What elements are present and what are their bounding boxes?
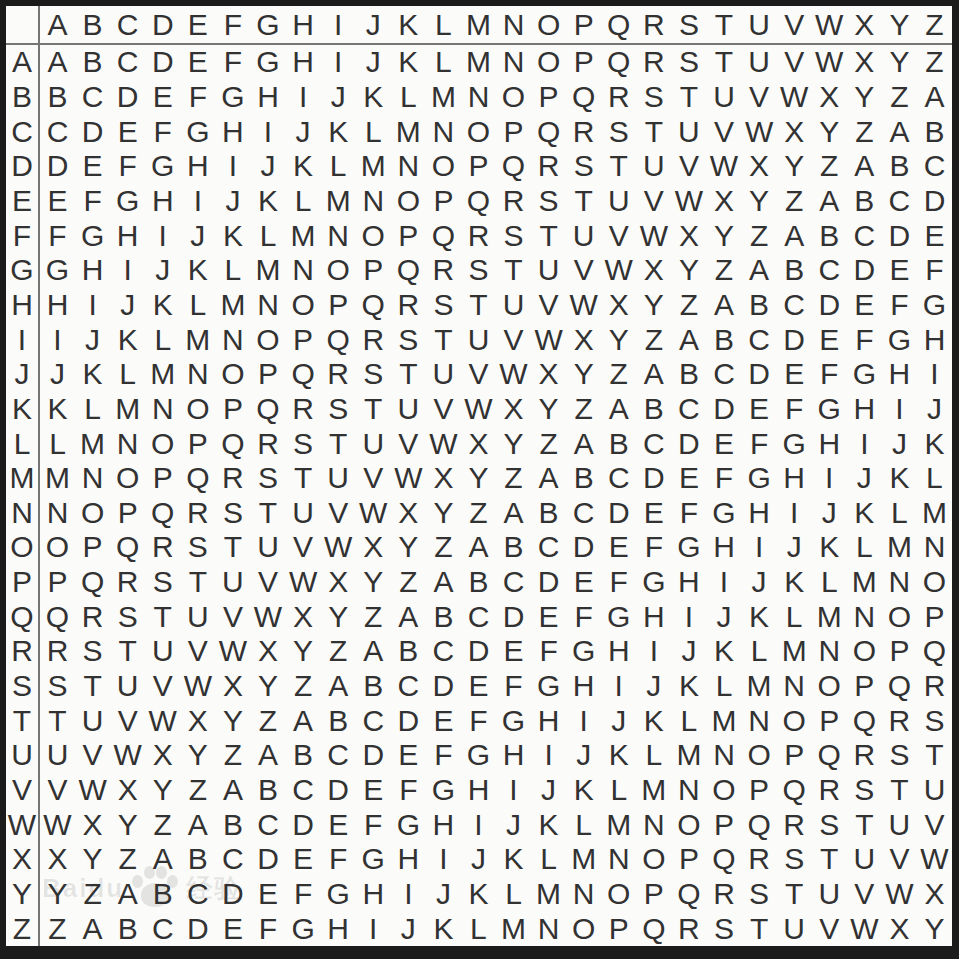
cell-AQ: Q [601,45,636,80]
cell-CL: N [426,114,461,149]
cell-DU: X [742,149,777,184]
cell-OV: J [777,530,812,565]
cell-OL: Z [426,530,461,565]
cell-AR: R [636,45,671,80]
column-header-V: V [777,6,812,45]
cell-ZU: T [742,911,777,946]
cell-KL: V [426,392,461,427]
cell-GU: A [742,253,777,288]
cell-ED: H [145,184,180,219]
cell-IM: U [461,322,496,357]
cell-OI: W [321,530,356,565]
cell-TM: F [461,703,496,738]
cell-PD: S [145,565,180,600]
cell-XD: A [145,842,180,877]
cell-XK: H [391,842,426,877]
cell-HC: J [110,288,145,323]
cell-XT: Q [706,842,741,877]
cell-TI: B [321,703,356,738]
cell-WZ: V [917,807,952,842]
frame-bar-top [0,0,959,6]
cell-CE: G [180,114,215,149]
cell-MG: S [250,461,285,496]
cell-IO: W [531,322,566,357]
cell-IB: J [75,322,110,357]
cell-XZ: W [917,842,952,877]
cell-YP: N [566,877,601,912]
cell-TJ: C [356,703,391,738]
cell-YO: M [531,877,566,912]
cell-DD: G [145,149,180,184]
cell-TK: D [391,703,426,738]
cell-DV: Y [777,149,812,184]
cell-GR: X [636,253,671,288]
cell-LX: I [847,426,882,461]
cell-SH: Z [286,669,321,704]
cell-YD: B [145,877,180,912]
column-header-G: G [250,6,285,45]
cell-EB: F [75,184,110,219]
cell-EL: P [426,184,461,219]
cell-PX: M [847,565,882,600]
cell-QL: B [426,599,461,634]
cell-AO: O [531,45,566,80]
cell-FN: S [496,218,531,253]
cell-CN: P [496,114,531,149]
cell-XL: I [426,842,461,877]
cell-SJ: B [356,669,391,704]
cell-LI: T [321,426,356,461]
cell-EJ: N [356,184,391,219]
cell-TC: V [110,703,145,738]
column-header-D: D [145,6,180,45]
cell-NI: V [321,496,356,531]
cell-OX: L [847,530,882,565]
cell-ZS: R [671,911,706,946]
cell-KE: O [180,392,215,427]
cell-XX: U [847,842,882,877]
column-header-S: S [671,6,706,45]
cell-HZ: G [917,288,952,323]
cell-UY: S [882,738,917,773]
cell-QE: U [180,599,215,634]
cell-MY: K [882,461,917,496]
cell-HG: N [250,288,285,323]
cell-PK: Z [391,565,426,600]
row-header-Q: Q [6,599,40,634]
cell-UR: L [636,738,671,773]
cell-RB: S [75,634,110,669]
cell-EV: Z [777,184,812,219]
cell-NM: Z [461,496,496,531]
cell-AC: C [110,45,145,80]
cell-CC: E [110,114,145,149]
cell-UF: Z [215,738,250,773]
cell-XJ: G [356,842,391,877]
cell-XF: C [215,842,250,877]
cell-ZT: S [706,911,741,946]
cell-GK: Q [391,253,426,288]
cell-ZV: U [777,911,812,946]
cell-OF: T [215,530,250,565]
cell-BZ: A [917,80,952,115]
cell-MC: O [110,461,145,496]
column-header-K: K [391,6,426,45]
cell-ON: B [496,530,531,565]
row-header-G: G [6,253,40,288]
cell-XP: M [566,842,601,877]
cell-ZQ: P [601,911,636,946]
cell-MR: D [636,461,671,496]
cell-YF: D [215,877,250,912]
cell-OR: F [636,530,671,565]
cell-KQ: A [601,392,636,427]
cell-XE: B [180,842,215,877]
cell-OM: A [461,530,496,565]
cell-HK: R [391,288,426,323]
cell-XY: V [882,842,917,877]
cell-LC: N [110,426,145,461]
cell-LO: Z [531,426,566,461]
cell-YU: S [742,877,777,912]
cell-RV: M [777,634,812,669]
cell-PN: C [496,565,531,600]
cell-WK: G [391,807,426,842]
cell-DJ: M [356,149,391,184]
tabula-recta-grid: ABCDEFGHIJKLMNOPQRSTUVWXYZAABCDEFGHIJKLM… [6,6,952,946]
cell-CW: Y [812,114,847,149]
cell-CD: F [145,114,180,149]
cell-UH: B [286,738,321,773]
cell-RE: V [180,634,215,669]
cell-FZ: E [917,218,952,253]
cell-SF: X [215,669,250,704]
cell-QG: W [250,599,285,634]
cell-RJ: A [356,634,391,669]
cell-BT: U [706,80,741,115]
cell-IX: F [847,322,882,357]
cell-ZZ: Y [917,911,952,946]
cell-SK: C [391,669,426,704]
cell-SW: O [812,669,847,704]
cell-ZA: Z [40,911,75,946]
cell-ME: Q [180,461,215,496]
cell-ZC: B [110,911,145,946]
cell-TY: R [882,703,917,738]
column-header-T: T [706,6,741,45]
cell-KK: U [391,392,426,427]
cell-VD: Y [145,773,180,808]
cell-VT: O [706,773,741,808]
cell-ZO: N [531,911,566,946]
cell-XG: D [250,842,285,877]
cell-KX: H [847,392,882,427]
cell-II: Q [321,322,356,357]
cell-VO: J [531,773,566,808]
cell-XS: P [671,842,706,877]
cell-WT: P [706,807,741,842]
cell-LZ: K [917,426,952,461]
cell-WF: B [215,807,250,842]
cell-AJ: J [356,45,391,80]
cell-XV: S [777,842,812,877]
cell-FQ: V [601,218,636,253]
cell-VL: G [426,773,461,808]
cell-NX: K [847,496,882,531]
cell-ZW: V [812,911,847,946]
cell-OO: C [531,530,566,565]
cell-MT: F [706,461,741,496]
cell-AN: N [496,45,531,80]
cell-GV: B [777,253,812,288]
cell-VV: Q [777,773,812,808]
cell-RS: J [671,634,706,669]
cell-UU: O [742,738,777,773]
cell-AA: A [40,45,75,80]
cell-QO: E [531,599,566,634]
cell-PA: P [40,565,75,600]
cell-PT: I [706,565,741,600]
cell-XN: K [496,842,531,877]
cell-HU: B [742,288,777,323]
cell-DS: V [671,149,706,184]
cell-CA: C [40,114,75,149]
cell-JT: C [706,357,741,392]
cell-SV: N [777,669,812,704]
cell-BB: C [75,80,110,115]
cell-ZE: D [180,911,215,946]
cell-VM: H [461,773,496,808]
row-header-M: M [6,461,40,496]
cell-IK: S [391,322,426,357]
cell-ZP: O [566,911,601,946]
cell-FS: X [671,218,706,253]
cell-VB: W [75,773,110,808]
cell-BW: X [812,80,847,115]
cell-DM: P [461,149,496,184]
cell-VC: X [110,773,145,808]
cell-WJ: F [356,807,391,842]
cell-PY: N [882,565,917,600]
cell-YA: Y [40,877,75,912]
cell-RG: X [250,634,285,669]
cell-WB: X [75,807,110,842]
cell-YG: E [250,877,285,912]
cell-UI: C [321,738,356,773]
cell-IG: O [250,322,285,357]
cell-ZD: C [145,911,180,946]
cell-ZB: A [75,911,110,946]
cell-IS: A [671,322,706,357]
cell-SO: G [531,669,566,704]
cell-YI: G [321,877,356,912]
cell-UA: U [40,738,75,773]
cell-YX: V [847,877,882,912]
cell-AX: X [847,45,882,80]
cell-ES: W [671,184,706,219]
cell-HX: E [847,288,882,323]
cell-YJ: H [356,877,391,912]
cell-JI: R [321,357,356,392]
cell-LL: W [426,426,461,461]
cell-IC: K [110,322,145,357]
cell-AH: H [286,45,321,80]
row-header-V: V [6,773,40,808]
cell-FK: P [391,218,426,253]
cell-MD: P [145,461,180,496]
cell-PC: R [110,565,145,600]
cell-XM: J [461,842,496,877]
cell-MN: Z [496,461,531,496]
cell-RD: U [145,634,180,669]
cell-HE: L [180,288,215,323]
column-header-Z: Z [917,6,952,45]
cell-WE: A [180,807,215,842]
cell-XO: L [531,842,566,877]
column-header-Y: Y [882,6,917,45]
cell-NF: S [215,496,250,531]
cipher-table-board: Baidu 经验 ABCDEFGHIJKLMNOPQRSTUVWXYZAABCD… [6,6,952,946]
cell-AM: M [461,45,496,80]
column-header-I: I [321,6,356,45]
cell-RA: R [40,634,75,669]
cell-WM: I [461,807,496,842]
row-header-L: L [6,426,40,461]
column-header-N: N [496,6,531,45]
column-header-X: X [847,6,882,45]
cell-SC: U [110,669,145,704]
cell-JB: K [75,357,110,392]
cell-QR: H [636,599,671,634]
cell-EW: A [812,184,847,219]
cell-QD: T [145,599,180,634]
cell-JO: X [531,357,566,392]
cell-PR: G [636,565,671,600]
frame-bar-left [0,0,6,959]
cell-QP: F [566,599,601,634]
cell-ST: L [706,669,741,704]
cell-MB: N [75,461,110,496]
cell-ML: X [426,461,461,496]
cell-JF: O [215,357,250,392]
cell-JL: U [426,357,461,392]
cell-EY: C [882,184,917,219]
cell-MQ: C [601,461,636,496]
cell-FY: D [882,218,917,253]
cell-LF: Q [215,426,250,461]
cell-QB: R [75,599,110,634]
cell-MV: H [777,461,812,496]
cell-NJ: W [356,496,391,531]
cell-HJ: Q [356,288,391,323]
cell-MI: U [321,461,356,496]
cell-VH: C [286,773,321,808]
cell-LG: R [250,426,285,461]
cell-BY: Z [882,80,917,115]
cell-HS: Z [671,288,706,323]
cell-IJ: R [356,322,391,357]
cell-FP: U [566,218,601,253]
row-header-H: H [6,288,40,323]
row-header-K: K [6,392,40,427]
cell-JM: V [461,357,496,392]
cell-HM: T [461,288,496,323]
cell-OT: H [706,530,741,565]
cell-MX: J [847,461,882,496]
column-header-J: J [356,6,391,45]
cell-WR: N [636,807,671,842]
cell-RN: E [496,634,531,669]
cell-LW: H [812,426,847,461]
cell-ZG: F [250,911,285,946]
cell-VU: P [742,773,777,808]
cell-LB: M [75,426,110,461]
cell-TR: K [636,703,671,738]
cell-RF: W [215,634,250,669]
row-header-Z: Z [6,911,40,946]
cell-HT: A [706,288,741,323]
cell-DF: I [215,149,250,184]
row-header-R: R [6,634,40,669]
cell-TH: A [286,703,321,738]
cell-BE: F [180,80,215,115]
cell-HV: C [777,288,812,323]
cell-OA: O [40,530,75,565]
cell-JN: W [496,357,531,392]
cell-UK: E [391,738,426,773]
cell-QA: Q [40,599,75,634]
cell-CP: R [566,114,601,149]
cell-FU: Z [742,218,777,253]
cell-ZR: Q [636,911,671,946]
cell-HD: K [145,288,180,323]
cell-BS: T [671,80,706,115]
cell-WG: C [250,807,285,842]
cell-PZ: O [917,565,952,600]
cell-NZ: M [917,496,952,531]
cell-SD: V [145,669,180,704]
cell-HQ: X [601,288,636,323]
cell-TO: H [531,703,566,738]
cell-UM: G [461,738,496,773]
cell-DO: R [531,149,566,184]
cell-YZ: X [917,877,952,912]
cell-FF: K [215,218,250,253]
cell-EZ: D [917,184,952,219]
cell-EM: Q [461,184,496,219]
cell-AV: V [777,45,812,80]
cell-GL: R [426,253,461,288]
cell-BH: I [286,80,321,115]
cell-UG: A [250,738,285,773]
cell-KB: L [75,392,110,427]
cell-TB: U [75,703,110,738]
cell-NW: J [812,496,847,531]
cell-OP: D [566,530,601,565]
cell-VI: D [321,773,356,808]
cell-RX: O [847,634,882,669]
column-header-F: F [215,6,250,45]
cell-ID: L [145,322,180,357]
row-header-F: F [6,218,40,253]
cell-IV: D [777,322,812,357]
cell-OH: V [286,530,321,565]
cell-YM: K [461,877,496,912]
cell-UC: W [110,738,145,773]
cell-FR: W [636,218,671,253]
cell-KO: Y [531,392,566,427]
cell-VR: M [636,773,671,808]
